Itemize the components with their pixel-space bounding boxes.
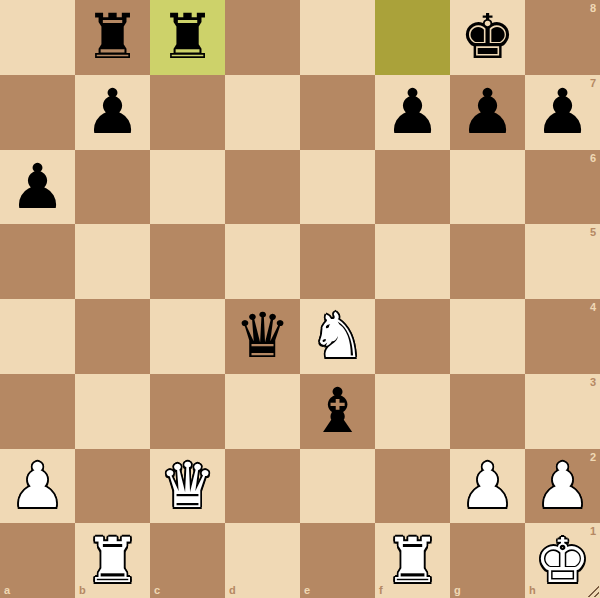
square-e4[interactable]: ♞ xyxy=(300,299,375,374)
square-h4[interactable]: 4 xyxy=(525,299,600,374)
square-d7[interactable] xyxy=(225,75,300,150)
square-e3[interactable]: ♝ xyxy=(300,374,375,449)
square-g2[interactable]: ♟ xyxy=(450,449,525,524)
black-queen-d4[interactable]: ♛ xyxy=(225,299,300,374)
rank-label-6: 6 xyxy=(590,152,596,164)
square-a5[interactable] xyxy=(0,224,75,299)
square-e6[interactable] xyxy=(300,150,375,225)
square-d5[interactable] xyxy=(225,224,300,299)
square-d2[interactable] xyxy=(225,449,300,524)
square-b5[interactable] xyxy=(75,224,150,299)
square-e7[interactable] xyxy=(300,75,375,150)
file-label-a: a xyxy=(4,584,10,596)
square-a6[interactable]: ♟ xyxy=(0,150,75,225)
square-g3[interactable] xyxy=(450,374,525,449)
square-h5[interactable]: 5 xyxy=(525,224,600,299)
black-bishop-e3[interactable]: ♝ xyxy=(300,374,375,449)
square-f2[interactable] xyxy=(375,449,450,524)
square-h6[interactable]: 6 xyxy=(525,150,600,225)
white-pawn-h2[interactable]: ♟ xyxy=(525,449,600,524)
square-c1[interactable]: c xyxy=(150,523,225,598)
file-label-e: e xyxy=(304,584,310,596)
square-c5[interactable] xyxy=(150,224,225,299)
square-e5[interactable] xyxy=(300,224,375,299)
square-b1[interactable]: b♜ xyxy=(75,523,150,598)
square-d3[interactable] xyxy=(225,374,300,449)
square-g8[interactable]: ♚ xyxy=(450,0,525,75)
white-king-h1[interactable]: ♚ xyxy=(525,523,600,598)
square-d1[interactable]: d xyxy=(225,523,300,598)
square-a2[interactable]: ♟ xyxy=(0,449,75,524)
square-h8[interactable]: 8 xyxy=(525,0,600,75)
square-h7[interactable]: 7♟ xyxy=(525,75,600,150)
square-d8[interactable] xyxy=(225,0,300,75)
square-f7[interactable]: ♟ xyxy=(375,75,450,150)
square-b8[interactable]: ♜ xyxy=(75,0,150,75)
rank-label-3: 3 xyxy=(590,376,596,388)
square-c4[interactable] xyxy=(150,299,225,374)
black-rook-b8[interactable]: ♜ xyxy=(75,0,150,75)
square-f1[interactable]: f♜ xyxy=(375,523,450,598)
square-e1[interactable]: e xyxy=(300,523,375,598)
square-a1[interactable]: a xyxy=(0,523,75,598)
square-c7[interactable] xyxy=(150,75,225,150)
square-f5[interactable] xyxy=(375,224,450,299)
square-c2[interactable]: ♛ xyxy=(150,449,225,524)
square-g5[interactable] xyxy=(450,224,525,299)
square-a8[interactable] xyxy=(0,0,75,75)
white-rook-f1[interactable]: ♜ xyxy=(375,523,450,598)
square-g6[interactable] xyxy=(450,150,525,225)
square-f8[interactable] xyxy=(375,0,450,75)
square-h2[interactable]: 2♟ xyxy=(525,449,600,524)
square-g1[interactable]: g xyxy=(450,523,525,598)
square-g7[interactable]: ♟ xyxy=(450,75,525,150)
black-pawn-a6[interactable]: ♟ xyxy=(0,150,75,225)
square-d6[interactable] xyxy=(225,150,300,225)
square-f4[interactable] xyxy=(375,299,450,374)
black-pawn-b7[interactable]: ♟ xyxy=(75,75,150,150)
square-a4[interactable] xyxy=(0,299,75,374)
white-pawn-a2[interactable]: ♟ xyxy=(0,449,75,524)
square-h1[interactable]: h1♚ xyxy=(525,523,600,598)
white-queen-c2[interactable]: ♛ xyxy=(150,449,225,524)
file-label-c: c xyxy=(154,584,160,596)
square-d4[interactable]: ♛ xyxy=(225,299,300,374)
square-b2[interactable] xyxy=(75,449,150,524)
black-pawn-f7[interactable]: ♟ xyxy=(375,75,450,150)
square-a3[interactable] xyxy=(0,374,75,449)
square-e8[interactable] xyxy=(300,0,375,75)
square-c3[interactable] xyxy=(150,374,225,449)
rank-label-5: 5 xyxy=(590,226,596,238)
square-b6[interactable] xyxy=(75,150,150,225)
black-rook-c8[interactable]: ♜ xyxy=(150,0,225,75)
square-f3[interactable] xyxy=(375,374,450,449)
square-f6[interactable] xyxy=(375,150,450,225)
file-label-d: d xyxy=(229,584,236,596)
black-king-g8[interactable]: ♚ xyxy=(450,0,525,75)
square-b3[interactable] xyxy=(75,374,150,449)
square-a7[interactable] xyxy=(0,75,75,150)
white-knight-e4[interactable]: ♞ xyxy=(300,299,375,374)
square-c6[interactable] xyxy=(150,150,225,225)
square-g4[interactable] xyxy=(450,299,525,374)
white-rook-b1[interactable]: ♜ xyxy=(75,523,150,598)
square-e2[interactable] xyxy=(300,449,375,524)
square-b4[interactable] xyxy=(75,299,150,374)
white-pawn-g2[interactable]: ♟ xyxy=(450,449,525,524)
chess-board: ♜♜♚8♟♟♟7♟♟65♛♞4♝3♟♛♟2♟ab♜cdef♜gh1♚ xyxy=(0,0,600,598)
square-c8[interactable]: ♜ xyxy=(150,0,225,75)
file-label-g: g xyxy=(454,584,461,596)
black-pawn-h7[interactable]: ♟ xyxy=(525,75,600,150)
square-b7[interactable]: ♟ xyxy=(75,75,150,150)
black-pawn-g7[interactable]: ♟ xyxy=(450,75,525,150)
square-h3[interactable]: 3 xyxy=(525,374,600,449)
rank-label-8: 8 xyxy=(590,2,596,14)
rank-label-4: 4 xyxy=(590,301,596,313)
